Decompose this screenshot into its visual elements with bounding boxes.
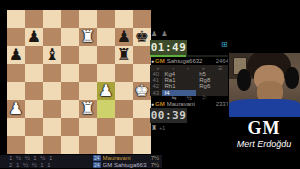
piece-black-king[interactable]: ♚: [135, 28, 149, 46]
square-g2[interactable]: [115, 118, 133, 136]
headphone-left: [237, 69, 251, 91]
square-a6[interactable]: ♟: [7, 46, 25, 64]
square-c7[interactable]: [43, 28, 61, 46]
square-a1[interactable]: [7, 136, 25, 154]
square-f7[interactable]: [97, 28, 115, 46]
chess-board[interactable]: ♟♜♟♚♟♝♜♟♚♟♜: [7, 10, 151, 154]
square-c3[interactable]: [43, 100, 61, 118]
streamer-title: GM: [228, 117, 300, 139]
square-c4[interactable]: [43, 82, 61, 100]
square-f4[interactable]: ♟: [97, 82, 115, 100]
square-a2[interactable]: [7, 118, 25, 136]
square-b6[interactable]: [25, 46, 43, 64]
player-name[interactable]: Sahtuga6632: [167, 58, 216, 65]
streamer-name: Mert Erdoğdu: [228, 139, 300, 150]
ticker-badge: 24: [93, 162, 101, 168]
square-c1[interactable]: [43, 136, 61, 154]
square-a5[interactable]: [7, 64, 25, 82]
square-c2[interactable]: [43, 118, 61, 136]
square-d7[interactable]: [61, 28, 79, 46]
ticker-results: 1 ½ ½ 1 ½ 1: [0, 155, 93, 161]
square-e6[interactable]: [79, 46, 97, 64]
square-c8[interactable]: [43, 10, 61, 28]
square-f1[interactable]: [97, 136, 115, 154]
square-d5[interactable]: [61, 64, 79, 82]
square-b8[interactable]: [25, 10, 43, 28]
player-name[interactable]: Mauravani: [167, 101, 216, 108]
player-rating: 2464: [216, 58, 229, 65]
square-c5[interactable]: [43, 64, 61, 82]
square-g5[interactable]: [115, 64, 133, 82]
square-b7[interactable]: ♟: [25, 28, 43, 46]
square-h3[interactable]: [133, 100, 151, 118]
webcam-video: [229, 53, 300, 117]
game-panel: ♟ ♟ 01:49 ⊞ ● GM Sahtuga6632 2464 «‹›»☰ …: [150, 0, 230, 168]
square-a7[interactable]: [7, 28, 25, 46]
online-dot-icon: ●: [151, 101, 154, 108]
square-h2[interactable]: [133, 118, 151, 136]
piece-white-king[interactable]: ♚: [135, 82, 149, 100]
square-e1[interactable]: [79, 136, 97, 154]
ticker-player-name: Mauravani: [103, 155, 147, 161]
square-b2[interactable]: [25, 118, 43, 136]
ticker-results: 2 1 ½ ½ 1 1: [0, 162, 93, 168]
square-h6[interactable]: [133, 46, 151, 64]
square-h5[interactable]: [133, 64, 151, 82]
streamer-shirt: [229, 99, 300, 117]
square-f2[interactable]: [97, 118, 115, 136]
piece-white-rook[interactable]: ♜: [81, 100, 95, 118]
webcam-panel: GM Mert Erdoğdu: [228, 0, 300, 168]
captured-pieces-bottom: ♜ +1: [151, 124, 165, 132]
square-d8[interactable]: [61, 10, 79, 28]
ticker-row[interactable]: 1 ½ ½ 1 ½ 124Mauravani7½: [0, 155, 162, 162]
square-g6[interactable]: ♜: [115, 46, 133, 64]
clock-bottom: 00:39: [150, 108, 187, 123]
player-title: GM: [155, 58, 165, 65]
player-row-bottom[interactable]: ● GM Mauravani 2337: [151, 101, 229, 108]
clock-top: 01:49: [150, 40, 187, 55]
piece-black-pawn[interactable]: ♟: [117, 28, 131, 46]
online-dot-icon: ●: [151, 58, 154, 65]
square-f5[interactable]: [97, 64, 115, 82]
square-d4[interactable]: [61, 82, 79, 100]
player-row-top[interactable]: ● GM Sahtuga6632 2464: [151, 58, 229, 65]
square-h7[interactable]: ♚: [133, 28, 151, 46]
material-advantage: +1: [159, 125, 165, 131]
square-f6[interactable]: [97, 46, 115, 64]
square-e8[interactable]: [79, 10, 97, 28]
captured-pieces-top: ♟ ♟: [151, 30, 169, 38]
square-b3[interactable]: [25, 100, 43, 118]
square-d1[interactable]: [61, 136, 79, 154]
square-a3[interactable]: ♟: [7, 100, 25, 118]
piece-white-pawn[interactable]: ♟: [99, 82, 113, 100]
square-d2[interactable]: [61, 118, 79, 136]
square-a8[interactable]: [7, 10, 25, 28]
square-e4[interactable]: [79, 82, 97, 100]
player-rating: 2337: [216, 101, 229, 108]
square-g1[interactable]: [115, 136, 133, 154]
square-g7[interactable]: ♟: [115, 28, 133, 46]
time-progress-bar: [150, 55, 229, 57]
square-b4[interactable]: [25, 82, 43, 100]
stream-frame: ♟♜♟♚♟♝♜♟♚♟♜ 1 ½ ½ 1 ½ 124Mauravani7½2 1 …: [0, 0, 300, 168]
square-b5[interactable]: [25, 64, 43, 82]
player-title: GM: [155, 101, 165, 108]
piece-black-pawn[interactable]: ♟: [27, 28, 41, 46]
ticker-badge: 24: [93, 155, 101, 161]
piece-white-pawn[interactable]: ♟: [9, 100, 23, 118]
square-h8[interactable]: [133, 10, 151, 28]
square-d3[interactable]: [61, 100, 79, 118]
square-c6[interactable]: ♝: [43, 46, 61, 64]
standings-ticker: 1 ½ ½ 1 ½ 124Mauravani7½2 1 ½ ½ 1 124GM …: [0, 155, 162, 168]
square-f3[interactable]: [97, 100, 115, 118]
square-e5[interactable]: [79, 64, 97, 82]
ticker-player-name: GM Sahtuga6632: [103, 162, 147, 168]
piece-black-bishop[interactable]: ♝: [45, 46, 59, 64]
square-d6[interactable]: [61, 46, 79, 64]
square-h4[interactable]: ♚: [133, 82, 151, 100]
move-list: «‹›»☰ 40Kg4h541Ra1Rg842Rh1Rg643f4: [150, 65, 229, 96]
piece-black-pawn[interactable]: ♟: [9, 46, 23, 64]
square-f8[interactable]: [97, 10, 115, 28]
square-g4[interactable]: [115, 82, 133, 100]
piece-white-rook[interactable]: ♜: [81, 28, 95, 46]
square-h1[interactable]: [133, 136, 151, 154]
analysis-board-icon[interactable]: ⊞: [221, 41, 228, 49]
piece-black-rook[interactable]: ♜: [117, 46, 131, 64]
square-e7[interactable]: ♜: [79, 28, 97, 46]
square-a4[interactable]: [7, 82, 25, 100]
square-e3[interactable]: ♜: [79, 100, 97, 118]
headphone-right: [285, 67, 299, 89]
square-g3[interactable]: [115, 100, 133, 118]
square-e2[interactable]: [79, 118, 97, 136]
square-g8[interactable]: [115, 10, 133, 28]
ticker-row[interactable]: 2 1 ½ ½ 1 124GM Sahtuga66327½: [0, 162, 162, 169]
square-b1[interactable]: [25, 136, 43, 154]
